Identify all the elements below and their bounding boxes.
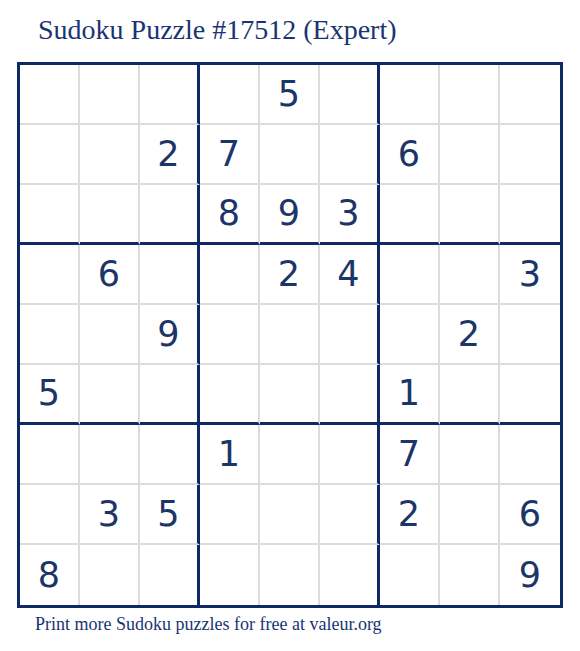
cell-r6c7[interactable]: 1 [380, 365, 440, 425]
cell-r9c4[interactable] [200, 545, 260, 605]
cell-r3c8[interactable] [440, 185, 500, 245]
cell-r8c8[interactable] [440, 485, 500, 545]
cell-r8c3[interactable]: 5 [140, 485, 200, 545]
cell-r6c8[interactable] [440, 365, 500, 425]
cell-r8c6[interactable] [320, 485, 380, 545]
cell-r3c5[interactable]: 9 [260, 185, 320, 245]
page: Sudoku Puzzle #17512 (Expert) 5276893624… [0, 0, 580, 651]
cell-r7c7[interactable]: 7 [380, 425, 440, 485]
cell-r4c7[interactable] [380, 245, 440, 305]
cell-r5c8[interactable]: 2 [440, 305, 500, 365]
cell-r9c8[interactable] [440, 545, 500, 605]
cell-r9c3[interactable] [140, 545, 200, 605]
cell-r5c5[interactable] [260, 305, 320, 365]
cell-r5c4[interactable] [200, 305, 260, 365]
cell-r6c5[interactable] [260, 365, 320, 425]
cell-r7c2[interactable] [80, 425, 140, 485]
cell-r2c4[interactable]: 7 [200, 125, 260, 185]
cell-r2c9[interactable] [500, 125, 560, 185]
cell-r8c4[interactable] [200, 485, 260, 545]
cell-r3c7[interactable] [380, 185, 440, 245]
cell-r3c9[interactable] [500, 185, 560, 245]
cell-r2c7[interactable]: 6 [380, 125, 440, 185]
cell-r2c6[interactable] [320, 125, 380, 185]
cell-r6c6[interactable] [320, 365, 380, 425]
footer-text: Print more Sudoku puzzles for free at va… [35, 614, 382, 635]
cell-r2c1[interactable] [20, 125, 80, 185]
cell-r1c4[interactable] [200, 65, 260, 125]
cell-r4c9[interactable]: 3 [500, 245, 560, 305]
cell-r6c2[interactable] [80, 365, 140, 425]
cell-r3c3[interactable] [140, 185, 200, 245]
cell-r6c9[interactable] [500, 365, 560, 425]
cell-r4c2[interactable]: 6 [80, 245, 140, 305]
cell-r2c8[interactable] [440, 125, 500, 185]
cell-r4c4[interactable] [200, 245, 260, 305]
cell-r9c6[interactable] [320, 545, 380, 605]
cell-r7c5[interactable] [260, 425, 320, 485]
cell-r9c7[interactable] [380, 545, 440, 605]
cell-r9c5[interactable] [260, 545, 320, 605]
cell-r7c8[interactable] [440, 425, 500, 485]
cell-r7c4[interactable]: 1 [200, 425, 260, 485]
cell-r4c1[interactable] [20, 245, 80, 305]
cell-r8c7[interactable]: 2 [380, 485, 440, 545]
cell-r1c2[interactable] [80, 65, 140, 125]
page-title: Sudoku Puzzle #17512 (Expert) [38, 14, 397, 46]
cell-r8c2[interactable]: 3 [80, 485, 140, 545]
cell-r2c3[interactable]: 2 [140, 125, 200, 185]
cell-r1c8[interactable] [440, 65, 500, 125]
cell-r5c2[interactable] [80, 305, 140, 365]
cell-r4c6[interactable]: 4 [320, 245, 380, 305]
cell-r6c3[interactable] [140, 365, 200, 425]
sudoku-board: 52768936243925117352689 [17, 62, 563, 608]
cell-r8c1[interactable] [20, 485, 80, 545]
cell-r4c3[interactable] [140, 245, 200, 305]
cell-r6c1[interactable]: 5 [20, 365, 80, 425]
cell-r9c1[interactable]: 8 [20, 545, 80, 605]
cell-r5c1[interactable] [20, 305, 80, 365]
cell-r5c7[interactable] [380, 305, 440, 365]
cell-r8c5[interactable] [260, 485, 320, 545]
cell-r5c6[interactable] [320, 305, 380, 365]
cell-r9c9[interactable]: 9 [500, 545, 560, 605]
cell-r8c9[interactable]: 6 [500, 485, 560, 545]
cell-r7c9[interactable] [500, 425, 560, 485]
cell-r3c1[interactable] [20, 185, 80, 245]
cell-r3c2[interactable] [80, 185, 140, 245]
cell-r5c3[interactable]: 9 [140, 305, 200, 365]
cell-r1c6[interactable] [320, 65, 380, 125]
cell-r7c6[interactable] [320, 425, 380, 485]
cell-r4c8[interactable] [440, 245, 500, 305]
cell-r1c9[interactable] [500, 65, 560, 125]
cell-r5c9[interactable] [500, 305, 560, 365]
cell-r4c5[interactable]: 2 [260, 245, 320, 305]
cell-r6c4[interactable] [200, 365, 260, 425]
cell-r1c7[interactable] [380, 65, 440, 125]
cell-r3c6[interactable]: 3 [320, 185, 380, 245]
cell-r7c1[interactable] [20, 425, 80, 485]
cell-r1c3[interactable] [140, 65, 200, 125]
cell-r1c5[interactable]: 5 [260, 65, 320, 125]
cell-r7c3[interactable] [140, 425, 200, 485]
cell-r2c2[interactable] [80, 125, 140, 185]
cell-r3c4[interactable]: 8 [200, 185, 260, 245]
cell-r1c1[interactable] [20, 65, 80, 125]
cell-r2c5[interactable] [260, 125, 320, 185]
cell-r9c2[interactable] [80, 545, 140, 605]
